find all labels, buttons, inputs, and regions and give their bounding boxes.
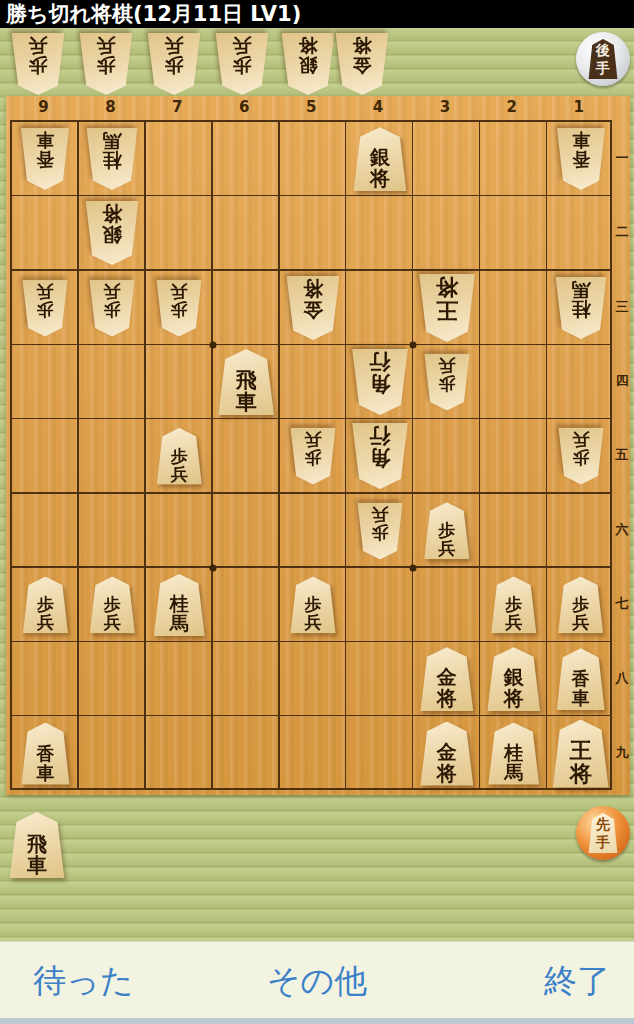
- gote-piece-角行[interactable]: 角行: [351, 423, 409, 489]
- sente-piece-飛車[interactable]: 飛車: [217, 349, 275, 415]
- gote-player-badge: 後手: [576, 32, 630, 86]
- piece-kanji: 桂馬: [86, 128, 139, 190]
- piece-kanji: 香車: [20, 723, 70, 785]
- file-label: 8: [77, 98, 144, 116]
- gote-piece-歩兵[interactable]: 歩兵: [89, 279, 136, 336]
- file-label: 3: [411, 98, 478, 116]
- rank-label: 三: [614, 298, 630, 316]
- piece-kanji: 銀将: [281, 33, 336, 95]
- piece-kanji: 桂馬: [487, 723, 540, 785]
- app-title: 勝ち切れ将棋(12月11日 LV1): [6, 2, 301, 26]
- piece-kanji: 金将: [419, 647, 474, 711]
- rank-coordinates: 一二三四五六七八九: [614, 120, 630, 790]
- piece-kanji: 銀将: [486, 647, 541, 711]
- sente-piece-金将[interactable]: 金将: [419, 722, 474, 786]
- sente-piece-歩兵[interactable]: 歩兵: [423, 502, 470, 559]
- sente-piece-歩兵[interactable]: 歩兵: [89, 576, 136, 633]
- sente-piece-歩兵[interactable]: 歩兵: [22, 576, 69, 633]
- gote-piece-香車[interactable]: 香車: [20, 128, 70, 190]
- gote-badge-piece-icon: 後手: [588, 39, 618, 79]
- piece-kanji: 歩兵: [89, 576, 136, 633]
- piece-kanji: 歩兵: [147, 33, 202, 95]
- sente-piece-歩兵[interactable]: 歩兵: [290, 576, 337, 633]
- gote-piece-金将[interactable]: 金将: [335, 33, 390, 95]
- quit-button[interactable]: 終了: [544, 942, 610, 1019]
- sente-piece-歩兵[interactable]: 歩兵: [490, 576, 537, 633]
- sente-piece-歩兵[interactable]: 歩兵: [156, 428, 203, 485]
- piece-kanji: 歩兵: [156, 279, 203, 336]
- piece-kanji: 歩兵: [290, 428, 337, 485]
- piece-kanji: 香車: [556, 648, 606, 710]
- gote-piece-歩兵[interactable]: 歩兵: [147, 33, 202, 95]
- piece-kanji: 歩兵: [22, 576, 69, 633]
- gote-piece-角行[interactable]: 角行: [351, 349, 409, 415]
- file-label: 9: [10, 98, 77, 116]
- sente-piece-銀将[interactable]: 銀将: [486, 647, 541, 711]
- gote-piece-金将[interactable]: 金将: [286, 276, 341, 340]
- sente-player-badge: 先手: [576, 806, 630, 860]
- piece-kanji: 銀将: [352, 127, 407, 191]
- piece-kanji: 角行: [351, 349, 409, 415]
- piece-kanji: 歩兵: [11, 33, 66, 95]
- hoshi-dot: [209, 341, 216, 348]
- gote-piece-歩兵[interactable]: 歩兵: [356, 502, 403, 559]
- sente-piece-桂馬[interactable]: 桂馬: [153, 574, 206, 636]
- gote-piece-桂馬[interactable]: 桂馬: [554, 277, 607, 339]
- file-label: 5: [278, 98, 345, 116]
- file-label: 2: [478, 98, 545, 116]
- sente-piece-銀将[interactable]: 銀将: [352, 127, 407, 191]
- title-bar: 勝ち切れ将棋(12月11日 LV1): [0, 0, 634, 28]
- sente-piece-金将[interactable]: 金将: [419, 647, 474, 711]
- hoshi-dot: [209, 564, 216, 571]
- piece-kanji: 歩兵: [423, 502, 470, 559]
- piece-kanji: 歩兵: [290, 576, 337, 633]
- piece-kanji: 王将: [418, 274, 476, 342]
- rank-label: 五: [614, 446, 630, 464]
- shogi-board: 987654321 香車桂馬銀将香車銀将歩兵歩兵歩兵金将王将桂馬飛車角行歩兵歩兵…: [6, 96, 630, 795]
- gote-piece-歩兵[interactable]: 歩兵: [79, 33, 134, 95]
- home-indicator-strip: [0, 1018, 634, 1024]
- gote-piece-歩兵[interactable]: 歩兵: [215, 33, 270, 95]
- sente-piece-香車[interactable]: 香車: [20, 723, 70, 785]
- rank-label: 六: [614, 521, 630, 539]
- shogi-app: 勝ち切れ将棋(12月11日 LV1) 歩兵歩兵歩兵歩兵銀将金将 後手 98765…: [0, 0, 634, 1024]
- board-grid[interactable]: 香車桂馬銀将香車銀将歩兵歩兵歩兵金将王将桂馬飛車角行歩兵歩兵歩兵角行歩兵歩兵歩兵…: [10, 120, 612, 790]
- piece-kanji: 歩兵: [156, 428, 203, 485]
- piece-kanji: 飛車: [217, 349, 275, 415]
- gote-piece-歩兵[interactable]: 歩兵: [290, 428, 337, 485]
- file-label: 7: [144, 98, 211, 116]
- rank-label: 一: [614, 149, 630, 167]
- gote-piece-銀将[interactable]: 銀将: [281, 33, 336, 95]
- piece-kanji: 角行: [351, 423, 409, 489]
- rank-label: 七: [614, 595, 630, 613]
- piece-kanji: 金将: [335, 33, 390, 95]
- piece-kanji: 香車: [20, 128, 70, 190]
- gote-piece-歩兵[interactable]: 歩兵: [423, 354, 470, 411]
- piece-kanji: 金将: [286, 276, 341, 340]
- sente-badge-piece-icon: 先手: [588, 813, 618, 853]
- sente-piece-歩兵[interactable]: 歩兵: [557, 576, 604, 633]
- piece-kanji: 桂馬: [554, 277, 607, 339]
- piece-kanji: 歩兵: [490, 576, 537, 633]
- sente-piece-桂馬[interactable]: 桂馬: [487, 723, 540, 785]
- hoshi-dot: [410, 341, 417, 348]
- rank-label: 四: [614, 372, 630, 390]
- gote-piece-香車[interactable]: 香車: [556, 128, 606, 190]
- sente-piece-王将[interactable]: 王将: [552, 720, 610, 788]
- bottom-toolbar: 待った その他 終了: [0, 941, 634, 1019]
- file-coordinates: 987654321: [10, 96, 612, 120]
- gote-piece-歩兵[interactable]: 歩兵: [557, 428, 604, 485]
- piece-kanji: 銀将: [85, 201, 140, 265]
- sente-piece-香車[interactable]: 香車: [556, 648, 606, 710]
- rank-label: 八: [614, 669, 630, 687]
- rank-label: 二: [614, 223, 630, 241]
- gote-piece-歩兵[interactable]: 歩兵: [22, 279, 69, 336]
- piece-kanji: 金将: [419, 722, 474, 786]
- hoshi-dot: [410, 564, 417, 571]
- gote-piece-桂馬[interactable]: 桂馬: [86, 128, 139, 190]
- piece-kanji: 飛車: [9, 812, 66, 878]
- piece-kanji: 歩兵: [557, 576, 604, 633]
- other-button[interactable]: その他: [0, 942, 634, 1019]
- piece-kanji: 歩兵: [356, 502, 403, 559]
- gote-piece-歩兵[interactable]: 歩兵: [11, 33, 66, 95]
- gote-piece-歩兵[interactable]: 歩兵: [156, 279, 203, 336]
- gote-piece-王将[interactable]: 王将: [418, 274, 476, 342]
- file-label: 4: [345, 98, 412, 116]
- sente-piece-飛車[interactable]: 飛車: [9, 812, 66, 878]
- piece-kanji: 王将: [552, 720, 610, 788]
- gote-piece-銀将[interactable]: 銀将: [85, 201, 140, 265]
- file-label: 6: [211, 98, 278, 116]
- piece-kanji: 歩兵: [22, 279, 69, 336]
- file-label: 1: [545, 98, 612, 116]
- piece-kanji: 歩兵: [89, 279, 136, 336]
- piece-kanji: 歩兵: [79, 33, 134, 95]
- piece-kanji: 桂馬: [153, 574, 206, 636]
- piece-kanji: 歩兵: [423, 354, 470, 411]
- piece-kanji: 歩兵: [557, 428, 604, 485]
- rank-label: 九: [614, 744, 630, 762]
- piece-kanji: 香車: [556, 128, 606, 190]
- piece-kanji: 歩兵: [215, 33, 270, 95]
